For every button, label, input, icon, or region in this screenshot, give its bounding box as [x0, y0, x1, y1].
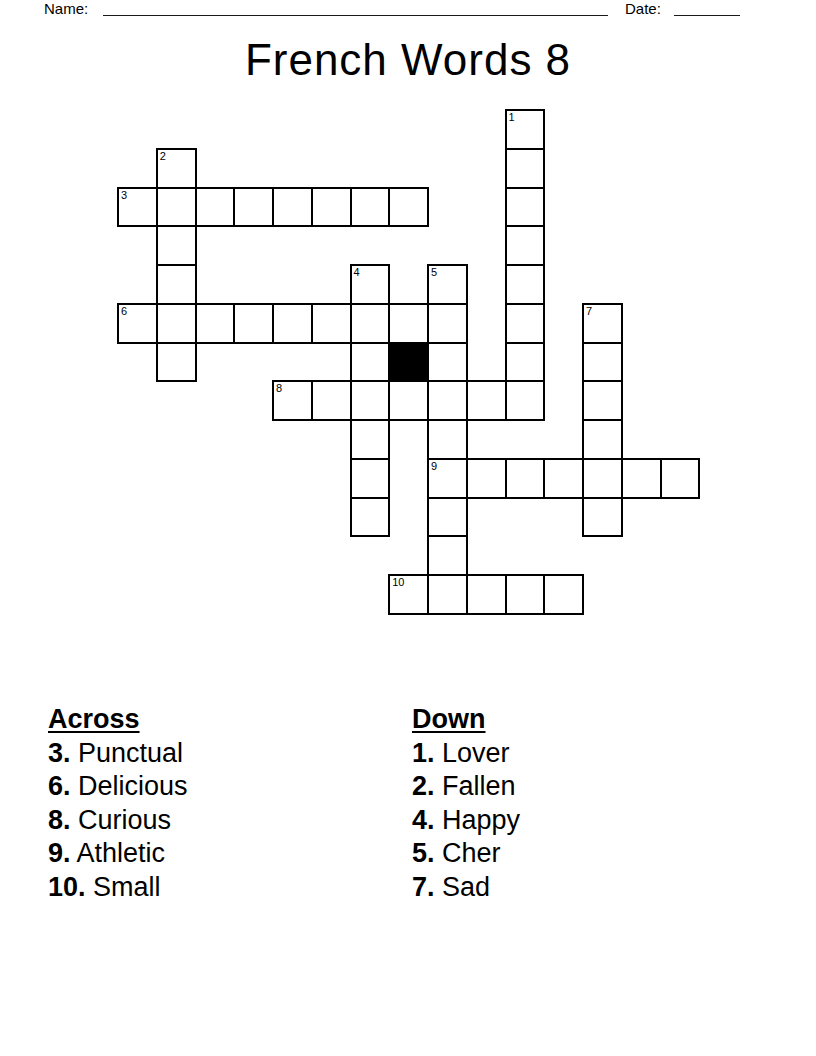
across-clue-6: 6. Delicious	[48, 770, 188, 804]
grid-cell-r2c4[interactable]	[272, 187, 313, 228]
grid-cell-r4c6[interactable]: 4	[350, 264, 391, 305]
grid-cell-r5c4[interactable]	[272, 303, 313, 344]
grid-cell-r12c9[interactable]	[466, 574, 507, 615]
clue-text: Happy	[435, 805, 521, 835]
down-clue-1: 1. Lover	[412, 737, 520, 771]
grid-cell-r7c5[interactable]	[311, 380, 352, 421]
grid-cell-r5c1[interactable]	[156, 303, 197, 344]
clue-number-3: 3	[121, 189, 127, 201]
grid-cell-r6c6[interactable]	[350, 342, 391, 383]
grid-cell-r10c6[interactable]	[350, 497, 391, 538]
grid-cell-r2c7[interactable]	[388, 187, 429, 228]
across-clue-8: 8. Curious	[48, 804, 188, 838]
clue-number-9: 9	[431, 460, 437, 472]
clue-text: Lover	[435, 738, 510, 768]
down-clue-7: 7. Sad	[412, 871, 520, 905]
clue-number-7: 7	[586, 305, 592, 317]
down-clue-4: 4. Happy	[412, 804, 520, 838]
clue-num-label: 4.	[412, 805, 435, 835]
name-label: Name:	[44, 0, 88, 18]
across-clue-3: 3. Punctual	[48, 737, 188, 771]
grid-cell-r9c10[interactable]	[505, 458, 546, 499]
grid-cell-r2c6[interactable]	[350, 187, 391, 228]
clue-text: Fallen	[435, 771, 516, 801]
grid-cell-r12c8[interactable]	[427, 574, 468, 615]
grid-cell-r2c5[interactable]	[311, 187, 352, 228]
grid-cell-r5c10[interactable]	[505, 303, 546, 344]
clue-text: Delicious	[71, 771, 188, 801]
grid-cell-r2c0[interactable]: 3	[117, 187, 158, 228]
grid-cell-r2c1[interactable]	[156, 187, 197, 228]
grid-cell-r7c7[interactable]	[388, 380, 429, 421]
grid-cell-r5c3[interactable]	[233, 303, 274, 344]
grid-cell-r7c10[interactable]	[505, 380, 546, 421]
grid-cell-r5c2[interactable]	[195, 303, 236, 344]
grid-cell-r5c8[interactable]	[427, 303, 468, 344]
down-clue-5: 5. Cher	[412, 837, 520, 871]
grid-cell-r9c11[interactable]	[543, 458, 584, 499]
date-blank-line[interactable]	[674, 15, 740, 16]
clue-num-label: 7.	[412, 872, 435, 902]
grid-cell-r6c1[interactable]	[156, 342, 197, 383]
down-clue-2: 2. Fallen	[412, 770, 520, 804]
across-clue-list: 3. Punctual6. Delicious8. Curious9. Athl…	[48, 737, 188, 905]
across-clue-9: 9. Athletic	[48, 837, 188, 871]
clue-number-8: 8	[276, 382, 282, 394]
name-blank-line[interactable]	[103, 15, 608, 16]
clue-number-10: 10	[392, 576, 404, 588]
clue-num-label: 3.	[48, 738, 71, 768]
grid-cell-r5c5[interactable]	[311, 303, 352, 344]
clue-text: Small	[86, 872, 161, 902]
grid-cell-r9c13[interactable]	[621, 458, 662, 499]
clue-text: Sad	[435, 872, 491, 902]
clue-number-5: 5	[431, 266, 437, 278]
worksheet-page: Name: Date: French Words 8 12345678910 A…	[0, 0, 816, 1056]
across-heading: Across	[48, 703, 188, 737]
clue-num-label: 6.	[48, 771, 71, 801]
across-clues-section: Across 3. Punctual6. Delicious8. Curious…	[48, 703, 188, 904]
grid-cell-r7c6[interactable]	[350, 380, 391, 421]
clue-text: Cher	[435, 838, 501, 868]
grid-cell-r7c9[interactable]	[466, 380, 507, 421]
down-clue-list: 1. Lover2. Fallen4. Happy5. Cher7. Sad	[412, 737, 520, 905]
clue-text: Curious	[71, 805, 172, 835]
grid-cell-r8c12[interactable]	[582, 419, 623, 460]
grid-cell-r2c3[interactable]	[233, 187, 274, 228]
grid-cell-r2c2[interactable]	[195, 187, 236, 228]
grid-cell-r9c14[interactable]	[660, 458, 701, 499]
grid-cell-r8c8[interactable]	[427, 419, 468, 460]
grid-cell-r3c1[interactable]	[156, 225, 197, 266]
down-clues-section: Down 1. Lover2. Fallen4. Happy5. Cher7. …	[412, 703, 520, 904]
clue-text: Punctual	[71, 738, 184, 768]
grid-cell-r5c7[interactable]	[388, 303, 429, 344]
grid-cell-r7c4[interactable]: 8	[272, 380, 313, 421]
grid-cell-r6c10[interactable]	[505, 342, 546, 383]
black-cell-r6c7	[388, 342, 429, 383]
grid-cell-r0c10[interactable]: 1	[505, 109, 546, 150]
grid-cell-r9c9[interactable]	[466, 458, 507, 499]
crossword-grid: 12345678910	[118, 110, 699, 614]
clue-num-label: 1.	[412, 738, 435, 768]
grid-cell-r1c1[interactable]: 2	[156, 148, 197, 189]
grid-cell-r7c8[interactable]	[427, 380, 468, 421]
grid-cell-r10c8[interactable]	[427, 497, 468, 538]
grid-cell-r6c12[interactable]	[582, 342, 623, 383]
grid-cell-r8c6[interactable]	[350, 419, 391, 460]
grid-cell-r12c7[interactable]: 10	[388, 574, 429, 615]
across-clue-10: 10. Small	[48, 871, 188, 905]
grid-cell-r2c10[interactable]	[505, 187, 546, 228]
puzzle-title: French Words 8	[0, 34, 816, 86]
grid-cell-r12c10[interactable]	[505, 574, 546, 615]
date-label: Date:	[625, 0, 661, 18]
grid-cell-r10c12[interactable]	[582, 497, 623, 538]
clue-number-2: 2	[160, 150, 166, 162]
grid-cell-r5c0[interactable]: 6	[117, 303, 158, 344]
clue-number-1: 1	[509, 111, 515, 123]
grid-cell-r3c10[interactable]	[505, 225, 546, 266]
clue-number-4: 4	[354, 266, 360, 278]
down-heading: Down	[412, 703, 520, 737]
grid-cell-r5c12[interactable]: 7	[582, 303, 623, 344]
grid-cell-r11c8[interactable]	[427, 535, 468, 576]
grid-cell-r12c11[interactable]	[543, 574, 584, 615]
clue-num-label: 8.	[48, 805, 71, 835]
grid-cell-r9c12[interactable]	[582, 458, 623, 499]
clue-num-label: 10.	[48, 872, 86, 902]
grid-cell-r9c6[interactable]	[350, 458, 391, 499]
grid-cell-r4c8[interactable]: 5	[427, 264, 468, 305]
grid-cell-r9c8[interactable]: 9	[427, 458, 468, 499]
grid-cell-r7c12[interactable]	[582, 380, 623, 421]
grid-cell-r4c1[interactable]	[156, 264, 197, 305]
clue-number-6: 6	[121, 305, 127, 317]
clue-num-label: 5.	[412, 838, 435, 868]
clue-num-label: 2.	[412, 771, 435, 801]
grid-cell-r5c6[interactable]	[350, 303, 391, 344]
grid-cell-r4c10[interactable]	[505, 264, 546, 305]
grid-cell-r6c8[interactable]	[427, 342, 468, 383]
grid-cell-r1c10[interactable]	[505, 148, 546, 189]
clue-num-label: 9.	[48, 838, 71, 868]
clue-text: Athletic	[71, 838, 166, 868]
